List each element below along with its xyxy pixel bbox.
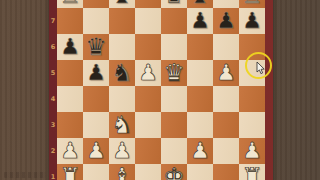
piece-white-pawn-b2[interactable]: ♟ (86, 138, 106, 164)
square-g2[interactable] (213, 138, 239, 164)
square-h6[interactable] (239, 34, 265, 60)
square-f8[interactable]: ♝ (187, 0, 213, 8)
square-c5[interactable]: ♞ (109, 60, 135, 86)
rank-label-3: 3 (49, 112, 57, 138)
square-g3[interactable] (213, 112, 239, 138)
piece-black-rook-a8[interactable]: ♜ (59, 0, 81, 8)
square-h8[interactable]: ♜ (239, 0, 265, 8)
square-g8[interactable] (213, 0, 239, 8)
square-b6[interactable]: ♛ (83, 34, 109, 60)
piece-white-knight-c3[interactable]: ♞ (111, 112, 133, 138)
square-g5[interactable]: ♟ (213, 60, 239, 86)
rank-label-8: 8 (49, 0, 57, 8)
square-c2[interactable]: ♟ (109, 138, 135, 164)
rank-label-5: 5 (49, 60, 57, 86)
piece-black-queen-b6[interactable]: ♛ (85, 34, 107, 60)
square-f5[interactable] (187, 60, 213, 86)
square-h1[interactable]: ♜ (239, 164, 265, 180)
square-e4[interactable] (161, 86, 187, 112)
piece-black-rook-h8[interactable]: ♜ (241, 0, 263, 8)
square-a5[interactable] (57, 60, 83, 86)
square-d6[interactable] (135, 34, 161, 60)
square-a2[interactable]: ♟ (57, 138, 83, 164)
square-d1[interactable] (135, 164, 161, 180)
square-f7[interactable]: ♟ (187, 8, 213, 34)
rank-label-2: 2 (49, 138, 57, 164)
square-b5[interactable]: ♟ (83, 60, 109, 86)
square-f2[interactable]: ♟ (187, 138, 213, 164)
square-c7[interactable] (109, 8, 135, 34)
square-d8[interactable] (135, 0, 161, 8)
square-b2[interactable]: ♟ (83, 138, 109, 164)
piece-white-pawn-d5[interactable]: ♟ (138, 60, 158, 86)
square-c1[interactable]: ♝ (109, 164, 135, 180)
square-h7[interactable]: ♟ (239, 8, 265, 34)
square-d4[interactable] (135, 86, 161, 112)
square-e2[interactable] (161, 138, 187, 164)
piece-white-pawn-h2[interactable]: ♟ (242, 138, 262, 164)
square-c4[interactable] (109, 86, 135, 112)
square-f3[interactable] (187, 112, 213, 138)
square-a4[interactable] (57, 86, 83, 112)
square-a1[interactable]: ♜ (57, 164, 83, 180)
square-f4[interactable] (187, 86, 213, 112)
square-a3[interactable] (57, 112, 83, 138)
square-b1[interactable] (83, 164, 109, 180)
square-h4[interactable] (239, 86, 265, 112)
piece-black-pawn-h7[interactable]: ♟ (242, 8, 262, 34)
piece-black-pawn-g7[interactable]: ♟ (216, 8, 236, 34)
piece-white-pawn-c2[interactable]: ♟ (112, 138, 132, 164)
rank-label-6: 6 (49, 34, 57, 60)
square-b7[interactable] (83, 8, 109, 34)
piece-black-knight-c5[interactable]: ♞ (111, 60, 133, 86)
square-b3[interactable] (83, 112, 109, 138)
rank-labels: 87654321 (49, 0, 57, 180)
piece-white-pawn-a2[interactable]: ♟ (60, 138, 80, 164)
square-e8[interactable]: ♚ (161, 0, 187, 8)
square-h5[interactable] (239, 60, 265, 86)
square-a8[interactable]: ♜ (57, 0, 83, 8)
piece-black-pawn-a6[interactable]: ♟ (60, 34, 80, 60)
square-h2[interactable]: ♟ (239, 138, 265, 164)
square-c8[interactable]: ♝ (109, 0, 135, 8)
chess-board: ♜♝♚♝♜♟♟♟♟♛♟♞♟♛♟♞♟♟♟♟♟♜♝♚♜ (57, 0, 265, 180)
square-d7[interactable] (135, 8, 161, 34)
piece-white-king-e1[interactable]: ♚ (163, 164, 185, 180)
piece-white-rook-a1[interactable]: ♜ (59, 164, 81, 180)
screenshot-canvas: ♜♝♚♝♜♟♟♟♟♛♟♞♟♛♟♞♟♟♟♟♟♜♝♚♜ 87654321 (0, 0, 320, 180)
piece-black-pawn-f7[interactable]: ♟ (190, 8, 210, 34)
square-a7[interactable] (57, 8, 83, 34)
square-e5[interactable]: ♛ (161, 60, 187, 86)
square-f1[interactable] (187, 164, 213, 180)
rank-label-4: 4 (49, 86, 57, 112)
square-g1[interactable] (213, 164, 239, 180)
square-d2[interactable] (135, 138, 161, 164)
square-e3[interactable] (161, 112, 187, 138)
square-b8[interactable] (83, 0, 109, 8)
watermark-smudge (4, 172, 46, 178)
piece-white-bishop-c1[interactable]: ♝ (111, 164, 133, 180)
piece-black-pawn-b5[interactable]: ♟ (86, 60, 106, 86)
rank-label-1: 1 (49, 164, 57, 180)
square-c6[interactable] (109, 34, 135, 60)
piece-white-rook-h1[interactable]: ♜ (241, 164, 263, 180)
square-e1[interactable]: ♚ (161, 164, 187, 180)
square-d3[interactable] (135, 112, 161, 138)
square-g4[interactable] (213, 86, 239, 112)
piece-white-pawn-f2[interactable]: ♟ (190, 138, 210, 164)
rank-label-7: 7 (49, 8, 57, 34)
square-g6[interactable] (213, 34, 239, 60)
square-c3[interactable]: ♞ (109, 112, 135, 138)
square-e7[interactable] (161, 8, 187, 34)
piece-black-bishop-c8[interactable]: ♝ (111, 0, 133, 8)
piece-white-queen-e5[interactable]: ♛ (163, 60, 185, 86)
square-b4[interactable] (83, 86, 109, 112)
square-e6[interactable] (161, 34, 187, 60)
square-f6[interactable] (187, 34, 213, 60)
square-d5[interactable]: ♟ (135, 60, 161, 86)
square-g7[interactable]: ♟ (213, 8, 239, 34)
piece-white-pawn-g5[interactable]: ♟ (216, 60, 236, 86)
piece-black-king-e8[interactable]: ♚ (163, 0, 185, 8)
square-a6[interactable]: ♟ (57, 34, 83, 60)
piece-black-bishop-f8[interactable]: ♝ (189, 0, 211, 8)
square-h3[interactable] (239, 112, 265, 138)
